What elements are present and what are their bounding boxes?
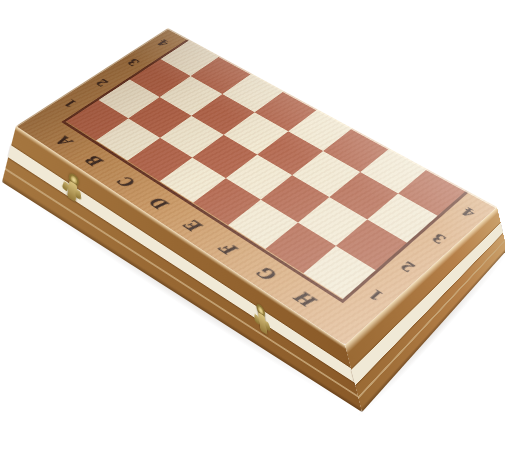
clasp-wing-icon (75, 189, 81, 200)
rank-label-right-3: 3 (429, 232, 448, 246)
file-label-f: F (219, 241, 242, 258)
file-label-g: G (255, 265, 281, 284)
rank-label-right-2: 2 (398, 259, 418, 274)
rank-label-left-1: 1 (62, 98, 79, 109)
brass-clasp-left (60, 168, 84, 210)
rank-label-right-4: 4 (459, 205, 478, 219)
chess-box-photo: ABCDEFGH43214321 (0, 0, 505, 450)
rank-label-left-2: 2 (94, 77, 111, 88)
file-label-a: A (54, 134, 76, 148)
file-label-d: D (148, 195, 172, 212)
file-label-c: C (116, 174, 139, 190)
rank-label-left-3: 3 (125, 57, 142, 67)
file-label-e: E (183, 218, 206, 235)
rank-label-left-4: 4 (155, 38, 171, 48)
rank-label-right-1: 1 (366, 287, 386, 303)
file-label-h: H (293, 289, 321, 310)
file-label-b: B (84, 154, 107, 170)
